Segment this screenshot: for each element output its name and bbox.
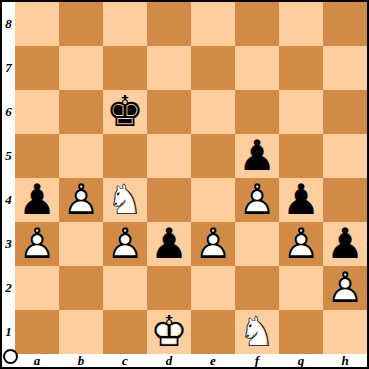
white-pawn-icon: ♙ — [235, 178, 279, 222]
square-a8[interactable] — [15, 2, 59, 46]
square-b8[interactable] — [59, 2, 103, 46]
square-b1[interactable] — [59, 310, 103, 354]
square-g7[interactable] — [279, 46, 323, 90]
square-c1[interactable] — [103, 310, 147, 354]
square-h2[interactable]: ♟♙ — [323, 266, 367, 310]
square-c2[interactable] — [103, 266, 147, 310]
file-label-f: f — [235, 354, 279, 367]
square-h7[interactable] — [323, 46, 367, 90]
square-e5[interactable] — [191, 134, 235, 178]
rank-label-1: 1 — [2, 310, 15, 354]
white-king-icon: ♔ — [147, 310, 191, 354]
black-pawn-icon: ♟ — [279, 178, 323, 222]
square-e4[interactable] — [191, 178, 235, 222]
white-knight-icon: ♘ — [103, 178, 147, 222]
square-b2[interactable] — [59, 266, 103, 310]
square-g5[interactable] — [279, 134, 323, 178]
black-pawn-icon: ♟ — [15, 178, 59, 222]
square-h6[interactable] — [323, 90, 367, 134]
rank-label-5: 5 — [2, 134, 15, 178]
white-pawn-fill: ♟ — [323, 266, 367, 310]
square-e1[interactable] — [191, 310, 235, 354]
square-a6[interactable] — [15, 90, 59, 134]
square-a5[interactable] — [15, 134, 59, 178]
side-to-move-indicator[interactable] — [3, 349, 18, 364]
square-f3[interactable] — [235, 222, 279, 266]
square-a4[interactable]: ♟ — [15, 178, 59, 222]
square-a2[interactable] — [15, 266, 59, 310]
square-f6[interactable] — [235, 90, 279, 134]
file-label-b: b — [59, 354, 103, 367]
square-h4[interactable] — [323, 178, 367, 222]
rank-label-6: 6 — [2, 90, 15, 134]
square-d1[interactable]: ♚♔ — [147, 310, 191, 354]
square-e8[interactable] — [191, 2, 235, 46]
square-e7[interactable] — [191, 46, 235, 90]
square-a1[interactable] — [15, 310, 59, 354]
white-pawn-fill: ♟ — [59, 178, 103, 222]
square-h5[interactable] — [323, 134, 367, 178]
white-pawn-fill: ♟ — [15, 222, 59, 266]
square-g8[interactable] — [279, 2, 323, 46]
file-label-e: e — [191, 354, 235, 367]
square-g6[interactable] — [279, 90, 323, 134]
square-a7[interactable] — [15, 46, 59, 90]
file-label-h: h — [323, 354, 367, 367]
square-c3[interactable]: ♟♙ — [103, 222, 147, 266]
white-pawn-fill: ♟ — [279, 222, 323, 266]
file-label-g: g — [279, 354, 323, 367]
square-d3[interactable]: ♟ — [147, 222, 191, 266]
rank-label-7: 7 — [2, 46, 15, 90]
square-b3[interactable] — [59, 222, 103, 266]
square-b5[interactable] — [59, 134, 103, 178]
square-f1[interactable]: ♞♘ — [235, 310, 279, 354]
square-e2[interactable] — [191, 266, 235, 310]
rank-label-8: 8 — [2, 2, 15, 46]
square-c7[interactable] — [103, 46, 147, 90]
square-d5[interactable] — [147, 134, 191, 178]
square-d4[interactable] — [147, 178, 191, 222]
square-f7[interactable] — [235, 46, 279, 90]
square-a3[interactable]: ♟♙ — [15, 222, 59, 266]
white-knight-icon: ♘ — [235, 310, 279, 354]
square-b4[interactable]: ♟♙ — [59, 178, 103, 222]
square-h3[interactable]: ♟ — [323, 222, 367, 266]
white-knight-fill: ♞ — [235, 310, 279, 354]
white-pawn-icon: ♙ — [191, 222, 235, 266]
square-d8[interactable] — [147, 2, 191, 46]
file-label-c: c — [103, 354, 147, 367]
square-f4[interactable]: ♟♙ — [235, 178, 279, 222]
file-label-d: d — [147, 354, 191, 367]
square-h8[interactable] — [323, 2, 367, 46]
black-pawn-icon: ♟ — [235, 134, 279, 178]
rank-label-2: 2 — [2, 266, 15, 310]
file-label-a: a — [15, 354, 59, 367]
square-c5[interactable] — [103, 134, 147, 178]
white-king-fill: ♚ — [147, 310, 191, 354]
square-b6[interactable] — [59, 90, 103, 134]
square-d2[interactable] — [147, 266, 191, 310]
square-g3[interactable]: ♟♙ — [279, 222, 323, 266]
square-f8[interactable] — [235, 2, 279, 46]
square-d6[interactable] — [147, 90, 191, 134]
square-b7[interactable] — [59, 46, 103, 90]
square-f5[interactable]: ♟ — [235, 134, 279, 178]
board: ♚♟♟♟♙♞♘♟♙♟♟♙♟♙♟♟♙♟♙♟♟♙♚♔♞♘ — [15, 2, 367, 354]
square-c6[interactable]: ♚ — [103, 90, 147, 134]
square-e3[interactable]: ♟♙ — [191, 222, 235, 266]
black-pawn-icon: ♟ — [147, 222, 191, 266]
square-c8[interactable] — [103, 2, 147, 46]
white-pawn-icon: ♙ — [15, 222, 59, 266]
black-pawn-icon: ♟ — [323, 222, 367, 266]
black-king-icon: ♚ — [103, 90, 147, 134]
square-d7[interactable] — [147, 46, 191, 90]
white-pawn-icon: ♙ — [103, 222, 147, 266]
square-c4[interactable]: ♞♘ — [103, 178, 147, 222]
chess-diagram: 87654321 ♚♟♟♟♙♞♘♟♙♟♟♙♟♙♟♟♙♟♙♟♟♙♚♔♞♘ abcd… — [0, 0, 369, 369]
white-knight-fill: ♞ — [103, 178, 147, 222]
white-pawn-icon: ♙ — [59, 178, 103, 222]
square-f2[interactable] — [235, 266, 279, 310]
rank-label-3: 3 — [2, 222, 15, 266]
square-g4[interactable]: ♟ — [279, 178, 323, 222]
white-pawn-icon: ♙ — [323, 266, 367, 310]
white-pawn-fill: ♟ — [103, 222, 147, 266]
square-e6[interactable] — [191, 90, 235, 134]
white-pawn-fill: ♟ — [191, 222, 235, 266]
square-g1[interactable] — [279, 310, 323, 354]
white-pawn-fill: ♟ — [235, 178, 279, 222]
white-pawn-icon: ♙ — [279, 222, 323, 266]
square-h1[interactable] — [323, 310, 367, 354]
square-g2[interactable] — [279, 266, 323, 310]
rank-label-4: 4 — [2, 178, 15, 222]
